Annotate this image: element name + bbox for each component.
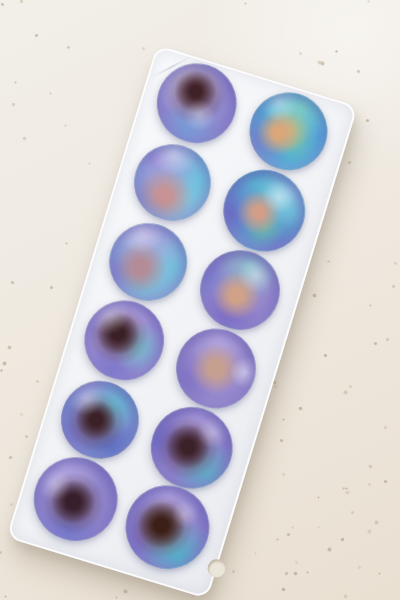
countertop-background [0, 0, 400, 600]
well-r4c2 [166, 318, 266, 418]
well-r3c1 [100, 213, 197, 310]
well-r5c2 [141, 397, 243, 499]
tray-wells [6, 45, 357, 599]
well-r4c1 [74, 290, 174, 390]
well-r1c2 [240, 83, 337, 180]
well-r5c1 [51, 371, 148, 468]
well-r1c1 [147, 53, 247, 153]
well-r2c1 [124, 134, 220, 230]
well-r3c2 [190, 240, 290, 340]
well-r6c1 [23, 447, 128, 552]
countertop-speckles [0, 0, 1, 1]
ice-cube-tray [6, 45, 357, 599]
well-r2c2 [213, 159, 315, 261]
well-r6c2 [115, 475, 220, 580]
